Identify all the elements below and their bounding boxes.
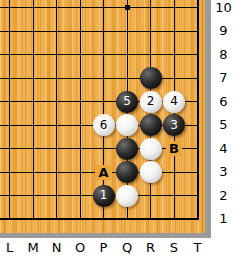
column-label-q: Q (115, 240, 139, 256)
stone-white-q2 (116, 185, 138, 207)
column-label-t: T (186, 240, 210, 256)
column-label-n: N (45, 240, 69, 256)
row-label-6: 6 (211, 93, 236, 111)
stone-black-s5: 3 (163, 114, 185, 136)
move-number: 6 (100, 119, 108, 132)
move-number: 5 (123, 95, 131, 108)
move-number: 3 (170, 119, 178, 132)
stone-white-p5: 6 (93, 114, 115, 136)
label-point-p3: A (92, 160, 116, 184)
stone-black-r7 (140, 67, 162, 89)
row-label-3: 3 (211, 163, 236, 181)
label-point-s4: B (162, 137, 186, 161)
point-label-b: B (166, 141, 182, 156)
point-s5: 3 (162, 113, 186, 137)
stone-black-q4 (116, 138, 138, 160)
point-p5: 6 (92, 113, 116, 137)
stone-white-r4 (140, 138, 162, 160)
point-q4 (115, 137, 139, 161)
row-label-4: 4 (211, 140, 236, 158)
stone-black-p2: 1 (93, 185, 115, 207)
row-label-9: 9 (211, 22, 236, 40)
point-s6: 4 (162, 90, 186, 114)
column-label-l: L (0, 240, 21, 256)
point-q2 (115, 184, 139, 208)
stone-black-q6: 5 (116, 91, 138, 113)
row-label-5: 5 (211, 116, 236, 134)
row-label-1: 1 (211, 210, 236, 228)
row-label-2: 2 (211, 187, 236, 205)
move-number: 1 (100, 189, 108, 202)
point-r5 (139, 113, 163, 137)
stone-white-r6: 2 (140, 91, 162, 113)
move-number: 4 (170, 95, 178, 108)
row-label-10: 10 (211, 0, 236, 17)
point-r6: 2 (139, 90, 163, 114)
move-number: 2 (147, 95, 155, 108)
stone-black-r5 (140, 114, 162, 136)
row-label-8: 8 (211, 46, 236, 64)
go-diagram: 524631AB 10987654321 LMNOPQRST (0, 0, 236, 260)
stone-white-s6: 4 (163, 91, 185, 113)
point-q5 (115, 113, 139, 137)
board-grid: 524631AB (0, 0, 209, 231)
row-label-7: 7 (211, 69, 236, 87)
point-p2: 1 (92, 184, 116, 208)
stone-white-q5 (116, 114, 138, 136)
point-q6: 5 (115, 90, 139, 114)
point-r3 (139, 160, 163, 184)
stone-black-q3 (116, 161, 138, 183)
point-r4 (139, 137, 163, 161)
stone-white-r3 (140, 161, 162, 183)
column-label-o: O (68, 240, 92, 256)
point-label-a: A (95, 165, 111, 180)
column-label-s: S (162, 240, 186, 256)
point-r7 (139, 66, 163, 90)
column-label-m: M (21, 240, 45, 256)
point-q3 (115, 160, 139, 184)
column-label-p: P (92, 240, 116, 256)
go-board[interactable]: 524631AB (0, 0, 211, 238)
column-label-r: R (139, 240, 163, 256)
